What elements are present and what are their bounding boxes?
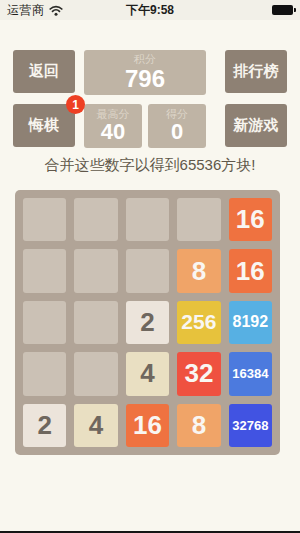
total-score-box: 积分 796 bbox=[84, 50, 206, 95]
tile-2-r3c3: 2 bbox=[126, 301, 169, 344]
total-score-value: 796 bbox=[125, 66, 165, 92]
tile-32-r4c4: 32 bbox=[177, 352, 220, 395]
back-button-label: 返回 bbox=[29, 62, 59, 81]
new-game-button[interactable]: 新游戏 bbox=[225, 104, 287, 147]
empty-cell-r1c1 bbox=[23, 198, 66, 241]
app-screen: 运营商 下午9:58 返回 积分 796 排行榜 悔棋 1 最高分 40 得分 … bbox=[0, 0, 300, 533]
empty-cell-r1c2 bbox=[74, 198, 117, 241]
empty-cell-r4c1 bbox=[23, 352, 66, 395]
tile-16384-r4c5: 16384 bbox=[229, 352, 272, 395]
leaderboard-button[interactable]: 排行榜 bbox=[225, 50, 287, 93]
tile-8192-r3c5: 8192 bbox=[229, 301, 272, 344]
empty-cell-r1c4 bbox=[177, 198, 220, 241]
tile-8-r2c4: 8 bbox=[177, 249, 220, 292]
empty-cell-r2c1 bbox=[23, 249, 66, 292]
undo-badge: 1 bbox=[66, 95, 85, 114]
empty-cell-r3c1 bbox=[23, 301, 66, 344]
tile-16-r2c5: 16 bbox=[229, 249, 272, 292]
best-score-box: 最高分 40 bbox=[84, 104, 142, 148]
tile-4-r4c3: 4 bbox=[126, 352, 169, 395]
tile-32768-r5c5: 32768 bbox=[229, 404, 272, 447]
best-score-value: 40 bbox=[101, 120, 125, 144]
goal-instruction: 合并这些数字以得到65536方块! bbox=[0, 156, 300, 175]
current-score-box: 得分 0 bbox=[148, 104, 206, 148]
empty-cell-r2c2 bbox=[74, 249, 117, 292]
undo-button[interactable]: 悔棋 bbox=[13, 104, 75, 147]
tile-16-r1c5: 16 bbox=[229, 198, 272, 241]
tile-256-r3c4: 256 bbox=[177, 301, 220, 344]
empty-cell-r4c2 bbox=[74, 352, 117, 395]
board[interactable]: 1681622568192432163842416832768 bbox=[15, 190, 280, 455]
undo-button-label: 悔棋 bbox=[29, 116, 59, 135]
tile-4-r5c2: 4 bbox=[74, 404, 117, 447]
empty-cell-r1c3 bbox=[126, 198, 169, 241]
empty-cell-r2c3 bbox=[126, 249, 169, 292]
tile-16-r5c3: 16 bbox=[126, 404, 169, 447]
carrier-label: 运营商 bbox=[7, 2, 45, 19]
leaderboard-button-label: 排行榜 bbox=[234, 62, 279, 81]
back-button[interactable]: 返回 bbox=[13, 50, 75, 93]
total-score-label: 积分 bbox=[134, 53, 156, 66]
tile-8-r5c4: 8 bbox=[177, 404, 220, 447]
battery-icon bbox=[272, 5, 293, 15]
current-score-value: 0 bbox=[171, 120, 183, 144]
new-game-button-label: 新游戏 bbox=[234, 116, 279, 135]
clock: 下午9:58 bbox=[0, 2, 300, 19]
empty-cell-r3c2 bbox=[74, 301, 117, 344]
wifi-icon bbox=[49, 5, 63, 16]
tile-2-r5c1: 2 bbox=[23, 404, 66, 447]
status-bar: 运营商 下午9:58 bbox=[0, 0, 300, 20]
